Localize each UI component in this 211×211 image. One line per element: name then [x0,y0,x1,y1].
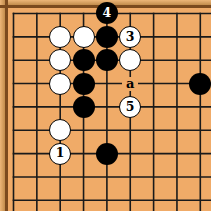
black-stone[interactable] [73,73,95,95]
move-number-label: 5 [126,101,135,114]
white-stone-1[interactable]: 1 [49,143,71,165]
white-stone[interactable] [49,73,71,95]
black-stone[interactable] [73,96,95,118]
black-stone[interactable] [96,143,118,165]
black-stone[interactable] [96,26,118,48]
move-number-label: 3 [126,31,135,44]
black-stone-4[interactable]: 4 [96,2,118,24]
white-stone-5[interactable]: 5 [119,96,141,118]
point-marker-a[interactable]: a [122,77,138,91]
stones-layer: 4351a [2,2,211,211]
black-stone[interactable] [73,49,95,71]
white-stone[interactable] [73,26,95,48]
white-stone-3[interactable]: 3 [119,26,141,48]
white-stone[interactable] [119,49,141,71]
white-stone[interactable] [49,26,71,48]
black-stone[interactable] [189,73,211,95]
move-number-label: 1 [56,147,65,160]
white-stone[interactable] [49,49,71,71]
move-number-label: 4 [102,7,111,20]
go-board-diagram: 4351a [0,0,211,211]
white-stone[interactable] [49,119,71,141]
black-stone[interactable] [96,49,118,71]
